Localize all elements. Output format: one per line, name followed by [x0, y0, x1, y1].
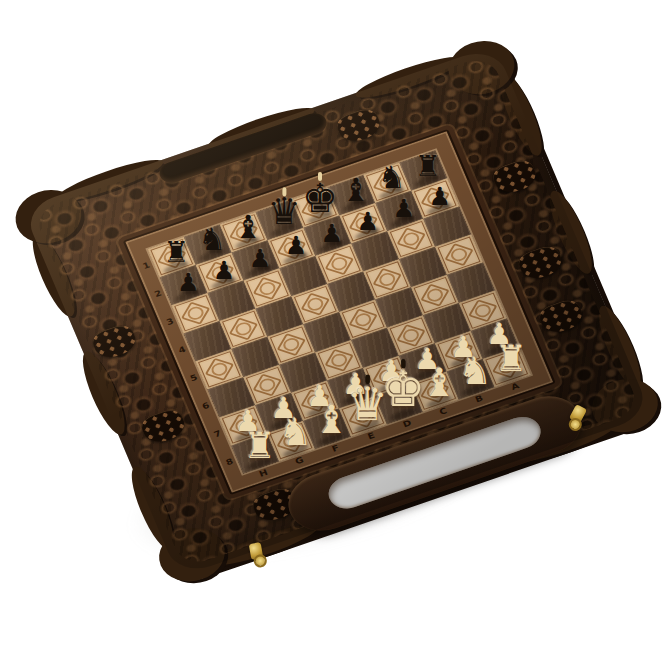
white-king-finial — [401, 359, 405, 368]
file-label-B: B — [472, 393, 487, 405]
rank-label-6: 6 — [198, 400, 213, 412]
file-label-G: G — [292, 455, 307, 467]
black-king-finial — [318, 172, 322, 181]
rank-label-2: 2 — [151, 288, 166, 300]
file-label-E: E — [364, 430, 379, 442]
rank-label-4: 4 — [174, 344, 189, 356]
rank-label-3: 3 — [163, 316, 178, 328]
rank-label-5: 5 — [186, 372, 201, 384]
file-label-F: F — [328, 442, 343, 454]
rank-label-1: 1 — [139, 260, 154, 272]
brass-latch-left — [249, 542, 264, 560]
file-label-D: D — [400, 418, 415, 430]
file-label-A: A — [508, 380, 523, 392]
photo-stage: 12345678 HGFEDCBA ♜♞♝♛♚♝♞♜♟♟♟♟♟♟♟♟♟♟♟♟♟♟… — [0, 0, 670, 670]
file-label-C: C — [436, 405, 451, 417]
white-queen-finial — [365, 375, 369, 384]
black-queen-finial — [282, 187, 286, 196]
rank-label-8: 8 — [222, 456, 237, 468]
rank-label-7: 7 — [210, 428, 225, 440]
file-label-H: H — [256, 467, 271, 479]
